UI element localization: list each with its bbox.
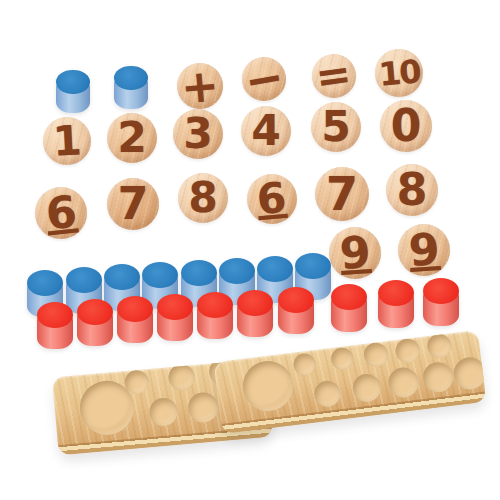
- peg-top-face: [181, 260, 217, 286]
- disc-5[interactable]: 5: [311, 102, 361, 152]
- disc-8[interactable]: 8: [178, 173, 228, 223]
- disc-glyph: 6: [256, 177, 289, 221]
- board-depression: [394, 337, 421, 364]
- peg-top-face: [142, 262, 178, 288]
- red-cylinder-peg[interactable]: [278, 287, 314, 334]
- disc-glyph: 8: [188, 177, 217, 219]
- board-depression: [330, 347, 355, 372]
- board-depression: [313, 379, 342, 408]
- disc-plus[interactable]: +: [177, 63, 223, 109]
- disc-2[interactable]: 2: [107, 113, 157, 163]
- peg-top-face: [219, 258, 255, 284]
- peg-top-face: [237, 290, 273, 316]
- disc-glyph: 7: [326, 171, 358, 217]
- peg-top-face: [197, 292, 233, 318]
- disc-1[interactable]: 1: [43, 117, 91, 165]
- disc-glyph: 9: [338, 230, 372, 276]
- product-photo-stage: +−=1012345067867899: [0, 0, 500, 500]
- disc-glyph: 5: [321, 106, 350, 148]
- disc-glyph: +: [179, 62, 220, 110]
- disc-6[interactable]: 6: [35, 187, 87, 239]
- red-cylinder-peg[interactable]: [423, 278, 460, 326]
- blue-cylinder-peg[interactable]: [114, 66, 147, 109]
- red-cylinder-peg[interactable]: [77, 299, 113, 346]
- disc-3[interactable]: 3: [173, 109, 223, 159]
- blue-cylinder-peg[interactable]: [56, 70, 89, 113]
- red-cylinder-peg[interactable]: [197, 292, 233, 339]
- board-depression: [387, 366, 420, 399]
- peg-top-face: [104, 264, 140, 290]
- red-cylinder-peg[interactable]: [37, 302, 73, 349]
- peg-top-face: [27, 270, 63, 296]
- board-depression: [240, 358, 296, 414]
- peg-top-face: [77, 299, 113, 325]
- board-depression: [167, 363, 195, 391]
- disc-equals[interactable]: =: [312, 54, 356, 98]
- peg-top-face: [295, 253, 331, 279]
- disc-glyph: 2: [117, 117, 146, 159]
- disc-10[interactable]: 10: [375, 49, 423, 97]
- red-cylinder-peg[interactable]: [331, 284, 368, 332]
- board-depression: [452, 355, 487, 391]
- disc-9b[interactable]: 9: [398, 224, 450, 276]
- board-depression: [421, 361, 454, 394]
- disc-glyph: −: [241, 53, 287, 105]
- peg-top-face: [37, 302, 73, 328]
- board-depression: [363, 341, 390, 368]
- peg-top-face: [278, 287, 314, 313]
- peg-top-face: [257, 256, 293, 282]
- disc-8b[interactable]: 8: [386, 164, 438, 216]
- disc-9[interactable]: 9: [329, 227, 381, 279]
- disc-7b[interactable]: 7: [315, 167, 369, 221]
- disc-7[interactable]: 7: [107, 178, 159, 230]
- red-cylinder-peg[interactable]: [157, 294, 193, 341]
- peg-top-face: [66, 267, 102, 293]
- board-depression: [293, 352, 318, 377]
- red-cylinder-peg[interactable]: [117, 296, 153, 343]
- disc-glyph: 3: [183, 113, 212, 155]
- disc-glyph: 0: [391, 104, 422, 148]
- disc-minus[interactable]: −: [242, 57, 286, 101]
- disc-glyph: =: [314, 53, 355, 99]
- board-depression: [148, 397, 178, 427]
- board-depression: [351, 372, 382, 403]
- disc-glyph: 6: [43, 190, 78, 237]
- peg-top-face: [114, 66, 147, 90]
- wooden-board-front-right: [214, 330, 487, 434]
- red-cylinder-peg[interactable]: [378, 280, 415, 328]
- disc-glyph: 10: [377, 55, 420, 90]
- disc-glyph: 1: [52, 120, 83, 162]
- disc-glyph: 8: [397, 168, 428, 212]
- disc-4[interactable]: 4: [241, 106, 291, 156]
- red-cylinder-peg[interactable]: [237, 290, 273, 337]
- disc-6b[interactable]: 6: [247, 174, 297, 224]
- peg-top-face: [117, 296, 153, 322]
- board-depression: [426, 332, 453, 359]
- peg-top-face: [56, 70, 89, 94]
- disc-glyph: 7: [118, 182, 149, 226]
- disc-0[interactable]: 0: [380, 100, 432, 152]
- disc-glyph: 9: [407, 227, 441, 273]
- peg-top-face: [157, 294, 193, 320]
- disc-glyph: 4: [251, 110, 280, 152]
- board-depression: [187, 391, 220, 424]
